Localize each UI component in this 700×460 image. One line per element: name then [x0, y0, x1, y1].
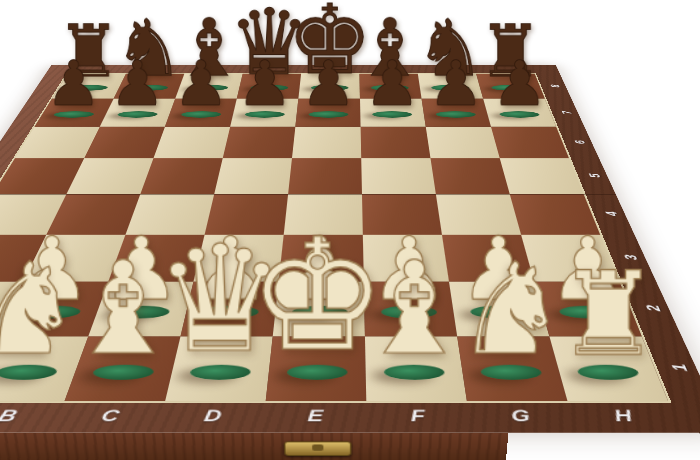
file-labels-rail: ABCDEFGH: [0, 405, 700, 433]
square-f6[interactable]: [361, 127, 431, 158]
box-front-edge: [0, 433, 700, 460]
piece-black-pawn: ♟: [492, 52, 548, 114]
square-e1[interactable]: ♚: [266, 336, 367, 401]
square-b5[interactable]: [67, 158, 154, 194]
square-g7[interactable]: ♟: [422, 99, 491, 127]
piece-black-pawn: ♟: [364, 52, 420, 114]
square-e7[interactable]: ♟: [295, 99, 360, 127]
rank-label-6: 6: [569, 138, 588, 147]
file-label-g: G: [509, 406, 532, 426]
square-f7[interactable]: ♟: [360, 99, 426, 127]
piece-black-pawn: ♟: [46, 52, 102, 114]
piece-black-pawn: ♟: [428, 52, 484, 114]
square-d5[interactable]: [214, 158, 292, 194]
board-frame: ♜♞♝♛♚♝♞♜♟♟♟♟♟♟♟♟♟♟♟♟♟♟♟♟♜♞♝♛♚♝♞♜ ABCDEFG…: [0, 65, 700, 433]
square-g6[interactable]: [426, 127, 500, 158]
file-label-b: B: [0, 406, 20, 426]
square-d7[interactable]: ♟: [230, 99, 298, 127]
piece-white-knight: ♞: [455, 247, 568, 373]
square-f1[interactable]: ♝: [365, 336, 467, 401]
square-g5[interactable]: [431, 158, 510, 194]
piece-black-pawn: ♟: [301, 52, 357, 114]
piece-black-pawn: ♟: [109, 52, 165, 114]
file-label-f: F: [410, 406, 426, 426]
file-label-c: C: [98, 406, 121, 426]
scene: ♜♞♝♛♚♝♞♜♟♟♟♟♟♟♟♟♟♟♟♟♟♟♟♟♜♞♝♛♚♝♞♜ ABCDEFG…: [0, 0, 700, 460]
square-b6[interactable]: [84, 127, 165, 158]
square-h5[interactable]: [500, 158, 584, 194]
square-e6[interactable]: [292, 127, 361, 158]
square-c7[interactable]: ♟: [165, 99, 237, 127]
piece-black-pawn: ♟: [173, 52, 229, 114]
brass-latch-icon: [284, 441, 352, 456]
file-label-d: D: [202, 406, 222, 426]
square-c5[interactable]: [140, 158, 222, 194]
piece-white-rook: ♜: [557, 257, 661, 372]
square-g1[interactable]: ♞: [457, 336, 567, 401]
rank-label-8: 8: [546, 83, 563, 90]
square-d6[interactable]: [223, 127, 296, 158]
square-f5[interactable]: [361, 158, 436, 194]
square-e5[interactable]: [288, 158, 362, 194]
piece-black-pawn: ♟: [237, 52, 293, 114]
square-h6[interactable]: [491, 127, 569, 158]
chess-set-photo: ♜♞♝♛♚♝♞♜♟♟♟♟♟♟♟♟♟♟♟♟♟♟♟♟♜♞♝♛♚♝♞♜ ABCDEFG…: [0, 0, 700, 460]
fold-seam-line: [0, 194, 616, 195]
file-label-h: H: [611, 406, 635, 426]
rank-label-1: 1: [663, 359, 693, 376]
file-label-e: E: [307, 406, 324, 426]
square-c6[interactable]: [153, 127, 230, 158]
square-b7[interactable]: ♟: [100, 99, 175, 127]
rank-label-5: 5: [583, 171, 604, 181]
rank-label-7: 7: [557, 109, 575, 117]
square-h7[interactable]: ♟: [483, 99, 556, 127]
square-h1[interactable]: ♜: [549, 336, 668, 401]
